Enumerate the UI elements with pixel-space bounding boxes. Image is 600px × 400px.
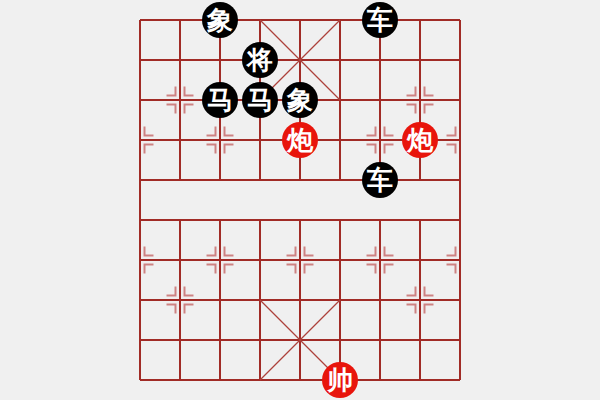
piece-red-cannon[interactable]: 炮 (282, 122, 318, 158)
piece-black-elephant[interactable]: 象 (282, 82, 318, 118)
piece-black-chariot[interactable]: 车 (362, 2, 398, 38)
pieces-layer: 象车将马马象炮炮车帅 (120, 0, 480, 400)
piece-black-horse[interactable]: 马 (202, 82, 238, 118)
piece-black-chariot[interactable]: 车 (362, 162, 398, 198)
piece-red-general[interactable]: 帅 (322, 362, 358, 398)
xiangqi-board[interactable]: 象车将马马象炮炮车帅 (0, 0, 600, 400)
piece-black-general[interactable]: 将 (242, 42, 278, 78)
xiangqi-app: 象车将马马象炮炮车帅 (0, 0, 600, 400)
piece-black-elephant[interactable]: 象 (202, 2, 238, 38)
piece-red-cannon[interactable]: 炮 (402, 122, 438, 158)
piece-black-horse[interactable]: 马 (242, 82, 278, 118)
